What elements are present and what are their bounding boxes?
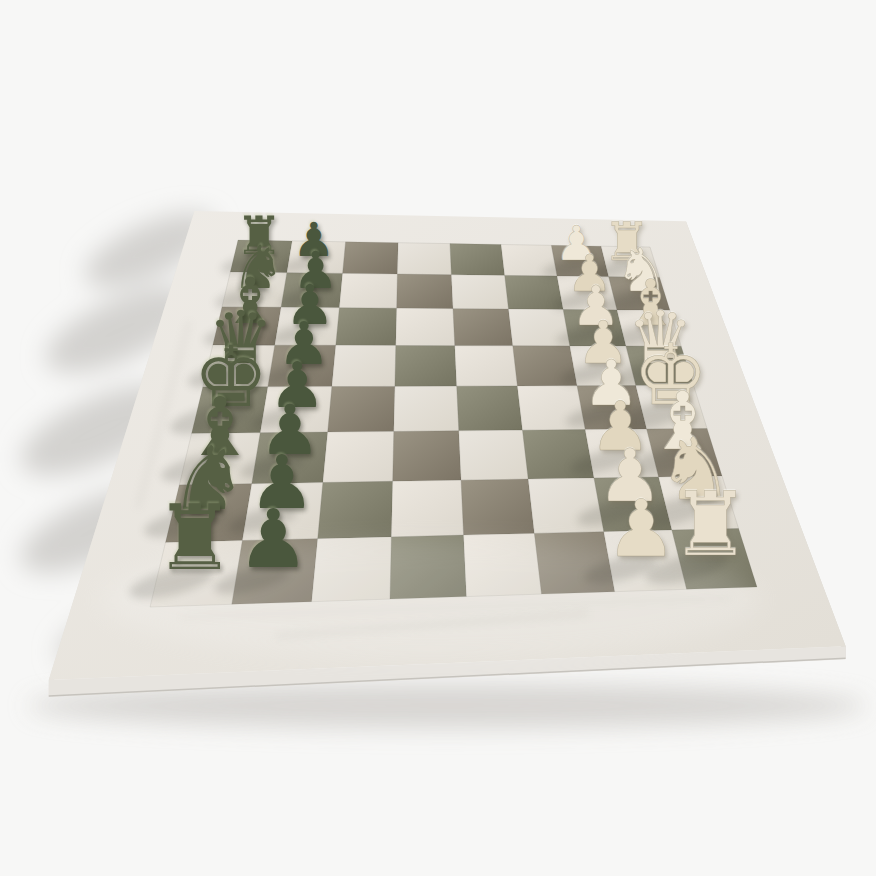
chessboard-photo: ♜♟♟♜♞♟♟♞♝♟♟♝♛♟♟♛♚♟♟♚♝♟♟♝♞♟♟♞♜♟♟♜ <box>0 0 876 876</box>
square-g5[interactable] <box>391 480 463 537</box>
square-a4[interactable] <box>450 244 505 276</box>
square-b5[interactable] <box>397 274 453 309</box>
square-e4[interactable] <box>457 386 523 431</box>
square-c5[interactable] <box>396 308 455 346</box>
square-d4[interactable] <box>455 346 518 387</box>
square-f5[interactable] <box>393 431 461 482</box>
piece-white-pawn-h2[interactable]: ♟ <box>590 490 693 569</box>
square-e5[interactable] <box>394 386 459 431</box>
square-d5[interactable] <box>395 346 457 387</box>
square-c4[interactable] <box>453 309 513 346</box>
square-f4[interactable] <box>459 430 528 480</box>
square-a6[interactable] <box>343 242 399 274</box>
piece-green-rook-h8[interactable]: ♜ <box>136 493 253 583</box>
square-g4[interactable] <box>461 479 534 535</box>
square-b4[interactable] <box>451 275 508 309</box>
square-a5[interactable] <box>397 243 451 275</box>
